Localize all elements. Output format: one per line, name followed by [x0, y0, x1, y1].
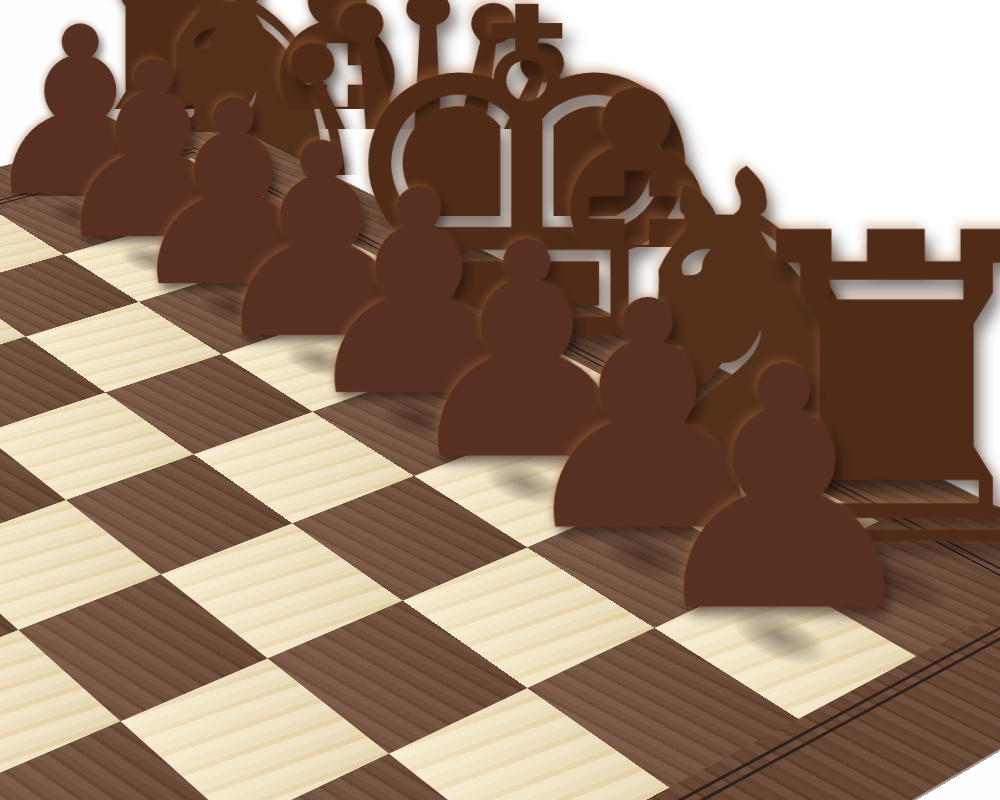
chess-board: ♜♞♝♛♚♝♞♜♟♟♟♟♟♟♟♟ — [0, 114, 1000, 800]
chessboard-photo-scene: ♜♞♝♛♚♝♞♜♟♟♟♟♟♟♟♟ — [0, 0, 1000, 800]
piece-dark-pawn-h7[interactable]: ♟ — [634, 325, 934, 659]
board-squares: ♜♞♝♛♚♝♞♜♟♟♟♟♟♟♟♟ — [0, 158, 1000, 800]
